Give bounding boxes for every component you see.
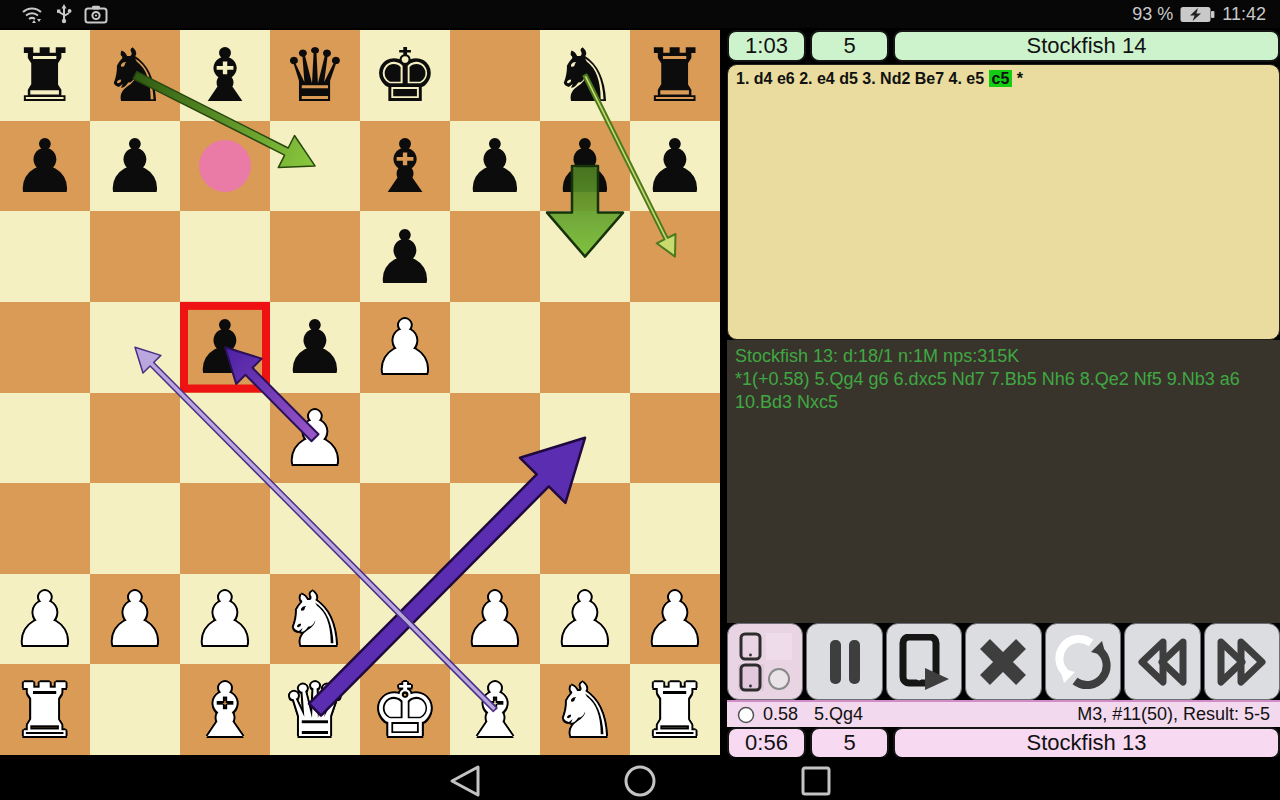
square-d6[interactable] [270, 211, 360, 302]
square-g4[interactable] [540, 393, 630, 484]
square-h6[interactable] [630, 211, 720, 302]
board-grid: ♜♞♝♛♚♞♜♟♟♝♟♟♟♟♟♟♟♟♟♟♟♞♟♟♟♜♝♛♚♝♞♜ [0, 30, 720, 755]
black-bishop-c8: ♝ [192, 30, 258, 120]
black-pawn-g7: ♟ [552, 121, 618, 211]
black-rook-h8: ♜ [642, 30, 708, 120]
black-pawn-f7: ♟ [462, 121, 528, 211]
square-c1[interactable]: ♝ [180, 664, 270, 755]
square-b5[interactable] [90, 302, 180, 393]
rewind-icon [1133, 636, 1191, 688]
square-a7[interactable]: ♟ [0, 121, 90, 212]
square-c4[interactable] [180, 393, 270, 484]
forward-icon [1213, 636, 1271, 688]
pause-icon [823, 638, 867, 686]
usb-icon [56, 4, 72, 24]
square-g3[interactable] [540, 483, 630, 574]
analysis-zone: Stockfish 13: d:18/1 n:1M nps:315K *1(+0… [727, 340, 1280, 623]
square-h5[interactable] [630, 302, 720, 393]
moves-played: 1. d4 e6 2. e4 d5 3. Nd2 Be7 4. e5 [736, 70, 984, 87]
black-pawn-h7: ♟ [642, 121, 708, 211]
square-a5[interactable] [0, 302, 90, 393]
screenshot-icon [84, 5, 108, 24]
square-e8[interactable]: ♚ [360, 30, 450, 121]
square-c5[interactable]: ♟ [180, 302, 270, 393]
square-f1[interactable]: ♝ [450, 664, 540, 755]
white-rook-h1: ♜ [642, 665, 708, 755]
square-b8[interactable]: ♞ [90, 30, 180, 121]
black-pawn-b7: ♟ [102, 121, 168, 211]
white-bishop-f1: ♝ [462, 665, 528, 755]
square-h3[interactable] [630, 483, 720, 574]
square-f3[interactable] [450, 483, 540, 574]
square-d2[interactable]: ♞ [270, 574, 360, 665]
engine-pv-line: *1(+0.58) 5.Qg4 g6 6.dxc5 Nd7 7.Bb5 Nh6 … [735, 368, 1272, 414]
rotate-icon [1055, 634, 1111, 690]
rotate-board-button[interactable] [1045, 623, 1121, 700]
engine-output: Stockfish 13: d:18/1 n:1M nps:315K *1(+0… [727, 340, 1280, 419]
eval-score: 0.58 [763, 704, 798, 725]
square-g7[interactable]: ♟ [540, 121, 630, 212]
square-d4[interactable]: ♟ [270, 393, 360, 484]
square-b6[interactable] [90, 211, 180, 302]
white-rook-a1: ♜ [12, 665, 78, 755]
clock-time: 11:42 [1222, 4, 1266, 25]
wifi-icon [20, 4, 44, 24]
white-pawn-f2: ♟ [462, 574, 528, 664]
square-c3[interactable] [180, 483, 270, 574]
square-f4[interactable] [450, 393, 540, 484]
eval-strip: 0.58 5.Qg4 M3, #11(50), Result: 5-5 [727, 700, 1280, 727]
square-b1[interactable] [90, 664, 180, 755]
square-h1[interactable]: ♜ [630, 664, 720, 755]
engine-info-line: Stockfish 13: d:18/1 n:1M nps:315K [735, 345, 1272, 368]
square-d7[interactable] [270, 121, 360, 212]
engine-move-button[interactable] [886, 623, 962, 700]
white-pawn-d4: ♟ [282, 393, 348, 483]
square-b4[interactable] [90, 393, 180, 484]
side-to-move-icon [737, 706, 755, 724]
black-engine-row: 1:03 5 Stockfish 14 [727, 30, 1280, 62]
white-engine-name: Stockfish 13 [893, 727, 1280, 759]
square-d5[interactable]: ♟ [270, 302, 360, 393]
square-g2[interactable]: ♟ [540, 574, 630, 665]
black-pawn-e6: ♟ [372, 212, 438, 302]
square-d3[interactable] [270, 483, 360, 574]
black-rook-a8: ♜ [12, 30, 78, 120]
square-f7[interactable]: ♟ [450, 121, 540, 212]
white-pawn-h2: ♟ [642, 574, 708, 664]
square-g5[interactable] [540, 302, 630, 393]
square-a4[interactable] [0, 393, 90, 484]
square-a6[interactable] [0, 211, 90, 302]
white-pawn-e5: ♟ [372, 302, 438, 392]
square-d8[interactable]: ♛ [270, 30, 360, 121]
square-e4[interactable] [360, 393, 450, 484]
pause-button[interactable] [806, 623, 882, 700]
recents-button[interactable] [803, 768, 829, 794]
white-engine-row: 0:56 5 Stockfish 13 [727, 727, 1280, 759]
black-bishop-e7: ♝ [372, 121, 438, 211]
chess-board[interactable]: ♜♞♝♛♚♞♜♟♟♝♟♟♟♟♟♟♟♟♟♟♟♞♟♟♟♜♝♛♚♝♞♜ [0, 30, 720, 755]
close-icon [977, 636, 1029, 688]
stop-button[interactable] [965, 623, 1041, 700]
square-a2[interactable]: ♟ [0, 574, 90, 665]
black-king-e8: ♚ [372, 30, 438, 120]
toolbar [727, 623, 1280, 700]
square-f6[interactable] [450, 211, 540, 302]
square-c2[interactable]: ♟ [180, 574, 270, 665]
battery-percent: 93 % [1132, 4, 1173, 25]
square-c6[interactable] [180, 211, 270, 302]
battery-charging-icon [1180, 6, 1215, 23]
black-clock: 1:03 [727, 30, 806, 62]
white-queen-d1: ♛ [282, 665, 348, 755]
square-b3[interactable] [90, 483, 180, 574]
black-knight-g8: ♞ [552, 30, 618, 120]
black-pawn-d5: ♟ [282, 302, 348, 392]
play-mode-toggle-button[interactable] [727, 623, 803, 700]
square-e7[interactable]: ♝ [360, 121, 450, 212]
screen: { "game": "chess", "position": { "fen": … [0, 0, 1280, 800]
engine-panel: 1:03 5 Stockfish 14 1. d4 e6 2. e4 d5 3.… [727, 30, 1280, 757]
current-move: c5 [989, 70, 1013, 87]
white-knight-d2: ♞ [282, 574, 348, 664]
white-increment: 5 [810, 727, 889, 759]
square-f8[interactable] [450, 30, 540, 121]
square-f2[interactable]: ♟ [450, 574, 540, 665]
best-move: 5.Qg4 [814, 704, 863, 725]
square-e5[interactable]: ♟ [360, 302, 450, 393]
black-pawn-c5: ♟ [192, 302, 258, 392]
white-knight-g1: ♞ [552, 665, 618, 755]
black-knight-b8: ♞ [102, 30, 168, 120]
home-button[interactable] [626, 767, 654, 795]
white-bishop-c1: ♝ [192, 665, 258, 755]
match-info: M3, #11(50), Result: 5-5 [1077, 704, 1270, 725]
square-a1[interactable]: ♜ [0, 664, 90, 755]
square-b7[interactable]: ♟ [90, 121, 180, 212]
square-f5[interactable] [450, 302, 540, 393]
white-pawn-a2: ♟ [12, 574, 78, 664]
black-increment: 5 [810, 30, 889, 62]
square-h4[interactable] [630, 393, 720, 484]
rewind-button[interactable] [1124, 623, 1200, 700]
black-queen-d8: ♛ [282, 30, 348, 120]
square-e6[interactable]: ♟ [360, 211, 450, 302]
white-pawn-c2: ♟ [192, 574, 258, 664]
forward-button[interactable] [1204, 623, 1280, 700]
white-pawn-g2: ♟ [552, 574, 618, 664]
square-g8[interactable]: ♞ [540, 30, 630, 121]
white-pawn-b2: ♟ [102, 574, 168, 664]
square-e3[interactable] [360, 483, 450, 574]
white-clock: 0:56 [727, 727, 806, 759]
square-a3[interactable] [0, 483, 90, 574]
back-button[interactable] [452, 767, 478, 795]
moves-suffix: * [1017, 70, 1023, 87]
status-bar: 93 % 11:42 [0, 0, 1280, 28]
square-c8[interactable]: ♝ [180, 30, 270, 121]
square-h7[interactable]: ♟ [630, 121, 720, 212]
square-c7[interactable] [180, 121, 270, 212]
square-h8[interactable]: ♜ [630, 30, 720, 121]
square-g6[interactable] [540, 211, 630, 302]
move-list[interactable]: 1. d4 e6 2. e4 d5 3. Nd2 Be7 4. e5 c5 * [727, 64, 1280, 340]
square-e1[interactable]: ♚ [360, 664, 450, 755]
square-d1[interactable]: ♛ [270, 664, 360, 755]
square-g1[interactable]: ♞ [540, 664, 630, 755]
device-play-icon [897, 634, 951, 690]
square-a8[interactable]: ♜ [0, 30, 90, 121]
android-nav-bar [0, 757, 1280, 800]
square-e2[interactable] [360, 574, 450, 665]
black-pawn-a7: ♟ [12, 121, 78, 211]
black-engine-name: Stockfish 14 [893, 30, 1280, 62]
white-king-e1: ♚ [372, 665, 438, 755]
square-h2[interactable]: ♟ [630, 574, 720, 665]
square-b2[interactable]: ♟ [90, 574, 180, 665]
play-mode-icon [736, 631, 794, 693]
